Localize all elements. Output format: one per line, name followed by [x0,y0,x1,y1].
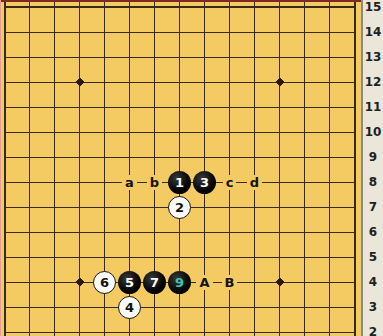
variation-letter-b[interactable]: b [147,175,162,190]
stone-move-number: 5 [125,276,134,289]
board-intersections-grid[interactable]: 12345679abcdAB [0,0,361,336]
coord-label-11: 11 [363,95,383,120]
variation-letter-a[interactable]: a [122,175,137,190]
variation-letter-c[interactable]: c [223,175,237,190]
coord-label-9: 9 [363,145,383,170]
stone-black-7[interactable]: 7 [143,271,166,294]
coord-label-2: 2 [363,320,383,336]
stone-move-number: 6 [100,276,109,289]
window-left-edge [0,0,1,336]
coord-label-8: 8 [363,170,383,195]
go-diagram: 12345679abcdAB 15141312111098765432 [0,0,383,336]
coord-label-13: 13 [363,45,383,70]
stone-move-number: 9 [175,276,184,289]
coord-label-3: 3 [363,295,383,320]
stone-white-4[interactable]: 4 [118,296,141,319]
variation-letter-d[interactable]: d [247,175,262,190]
stone-black-9[interactable]: 9 [168,271,191,294]
board-top-border [0,0,361,2]
stone-move-number: 7 [150,276,159,289]
coord-label-4: 4 [363,270,383,295]
stone-move-number: 1 [175,176,184,189]
coord-label-15: 15 [363,0,383,20]
variation-letter-A[interactable]: A [196,275,212,290]
stone-move-number: 2 [175,201,184,214]
coord-label-7: 7 [363,195,383,220]
stone-move-number: 4 [125,301,134,314]
stone-move-number: 3 [200,176,209,189]
stone-black-1[interactable]: 1 [168,171,191,194]
variation-letter-B[interactable]: B [222,275,238,290]
stone-white-6[interactable]: 6 [93,271,116,294]
coord-label-10: 10 [363,120,383,145]
stone-black-3[interactable]: 3 [193,171,216,194]
stone-black-5[interactable]: 5 [118,271,141,294]
coordinate-strip: 15141312111098765432 [361,0,383,336]
coord-label-5: 5 [363,245,383,270]
go-board[interactable]: 12345679abcdAB [0,0,361,336]
coord-label-6: 6 [363,220,383,245]
coord-label-12: 12 [363,70,383,95]
coord-label-14: 14 [363,20,383,45]
stone-white-2[interactable]: 2 [168,196,191,219]
